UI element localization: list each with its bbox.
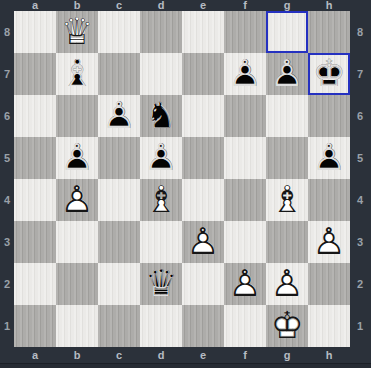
piece-black-king-h7[interactable]: ♚♔ (308, 53, 350, 95)
square-e5[interactable] (182, 137, 224, 179)
chess-app-frame: abcdefgh 87654321 ♛♕♝♗♟♙♟♙♚♔♟♙♞♘♟♙♟♙♟♙♟♙… (0, 0, 371, 368)
square-b2[interactable] (56, 263, 98, 305)
piece-white-bishop-g4[interactable]: ♝♗ (266, 179, 308, 221)
bishop-glyph-outline: ♗ (270, 179, 303, 221)
square-d4[interactable]: ♝♗ (140, 179, 182, 221)
rank-label-7: 7 (0, 53, 14, 95)
square-c2[interactable] (98, 263, 140, 305)
square-b4[interactable]: ♟♙ (56, 179, 98, 221)
square-d1[interactable] (140, 305, 182, 347)
queen-glyph-outline: ♕ (144, 263, 177, 305)
pawn-glyph-outline: ♙ (312, 221, 345, 263)
pawn-glyph-fill: ♟ (186, 221, 219, 263)
square-b6[interactable] (56, 95, 98, 137)
square-a3[interactable] (14, 221, 56, 263)
square-a7[interactable] (14, 53, 56, 95)
rank-label-2: 2 (0, 263, 14, 305)
square-g8[interactable] (266, 11, 308, 53)
square-g4[interactable]: ♝♗ (266, 179, 308, 221)
queen-glyph-fill: ♛ (144, 263, 177, 305)
rank-label-5: 5 (350, 137, 370, 179)
file-label-g: g (266, 347, 308, 363)
piece-black-pawn-b5[interactable]: ♟♙ (56, 137, 98, 179)
piece-black-knight-d6[interactable]: ♞♘ (140, 95, 182, 137)
bishop-glyph-fill: ♝ (144, 179, 177, 221)
square-a4[interactable] (14, 179, 56, 221)
square-e6[interactable] (182, 95, 224, 137)
file-label-a: a (14, 347, 56, 363)
square-g6[interactable] (266, 95, 308, 137)
rank-label-7: 7 (350, 53, 370, 95)
square-h5[interactable]: ♟♙ (308, 137, 350, 179)
king-glyph-outline: ♔ (270, 305, 303, 347)
bishop-glyph-outline: ♗ (144, 179, 177, 221)
file-label-d: d (140, 347, 182, 363)
square-a5[interactable] (14, 137, 56, 179)
file-label-f: f (224, 347, 266, 363)
bishop-glyph-outline: ♗ (60, 53, 93, 95)
pawn-glyph-fill: ♟ (228, 263, 261, 305)
square-a8[interactable] (14, 11, 56, 53)
file-label-h: h (308, 0, 350, 11)
panel-divider (0, 363, 371, 368)
square-b5[interactable]: ♟♙ (56, 137, 98, 179)
square-d8[interactable] (140, 11, 182, 53)
square-c4[interactable] (98, 179, 140, 221)
pawn-glyph-fill: ♟ (312, 221, 345, 263)
square-f3[interactable] (224, 221, 266, 263)
file-label-c: c (98, 0, 140, 11)
rank-label-2: 2 (350, 263, 370, 305)
rank-label-3: 3 (350, 221, 370, 263)
file-label-e: e (182, 0, 224, 11)
pawn-glyph-fill: ♟ (60, 137, 93, 179)
square-h7[interactable]: ♚♔ (308, 53, 350, 95)
square-f2[interactable]: ♟♙ (224, 263, 266, 305)
square-f1[interactable] (224, 305, 266, 347)
square-h8[interactable] (308, 11, 350, 53)
file-label-c: c (98, 347, 140, 363)
square-a6[interactable] (14, 95, 56, 137)
square-e4[interactable] (182, 179, 224, 221)
square-c5[interactable] (98, 137, 140, 179)
square-a2[interactable] (14, 263, 56, 305)
square-g2[interactable]: ♟♙ (266, 263, 308, 305)
pawn-glyph-fill: ♟ (144, 137, 177, 179)
square-d3[interactable] (140, 221, 182, 263)
piece-white-queen-b8[interactable]: ♛♕ (56, 11, 98, 53)
rank-label-6: 6 (0, 95, 14, 137)
square-e7[interactable] (182, 53, 224, 95)
square-h1[interactable] (308, 305, 350, 347)
square-e8[interactable] (182, 11, 224, 53)
piece-white-pawn-h3[interactable]: ♟♙ (308, 221, 350, 263)
bishop-glyph-fill: ♝ (270, 179, 303, 221)
rank-label-5: 5 (0, 137, 14, 179)
piece-white-pawn-b4[interactable]: ♟♙ (56, 179, 98, 221)
piece-black-queen-d2[interactable]: ♛♕ (140, 263, 182, 305)
square-e3[interactable]: ♟♙ (182, 221, 224, 263)
piece-black-pawn-g7[interactable]: ♟♙ (266, 53, 308, 95)
square-h2[interactable] (308, 263, 350, 305)
square-f5[interactable] (224, 137, 266, 179)
pawn-glyph-fill: ♟ (60, 179, 93, 221)
rank-label-1: 1 (350, 305, 370, 347)
file-label-h: h (308, 347, 350, 363)
square-d7[interactable] (140, 53, 182, 95)
square-f7[interactable]: ♟♙ (224, 53, 266, 95)
file-labels-top: abcdefgh (14, 0, 350, 11)
pawn-glyph-outline: ♙ (60, 179, 93, 221)
file-label-b: b (56, 347, 98, 363)
square-h4[interactable] (308, 179, 350, 221)
square-g1[interactable]: ♚♔ (266, 305, 308, 347)
square-g7[interactable]: ♟♙ (266, 53, 308, 95)
square-c1[interactable] (98, 305, 140, 347)
piece-white-pawn-f2[interactable]: ♟♙ (224, 263, 266, 305)
pawn-glyph-fill: ♟ (228, 53, 261, 95)
square-d5[interactable]: ♟♙ (140, 137, 182, 179)
pawn-glyph-outline: ♙ (60, 137, 93, 179)
rank-labels-right: 87654321 (350, 11, 370, 347)
pawn-glyph-outline: ♙ (228, 53, 261, 95)
file-label-f: f (224, 0, 266, 11)
bishop-glyph-fill: ♝ (60, 53, 93, 95)
piece-white-bishop-d4[interactable]: ♝♗ (140, 179, 182, 221)
pawn-glyph-outline: ♙ (270, 263, 303, 305)
square-g5[interactable] (266, 137, 308, 179)
queen-glyph-fill: ♛ (60, 11, 93, 53)
square-b7[interactable]: ♝♗ (56, 53, 98, 95)
piece-white-pawn-g2[interactable]: ♟♙ (266, 263, 308, 305)
square-b1[interactable] (56, 305, 98, 347)
file-label-b: b (56, 0, 98, 11)
piece-black-pawn-c6[interactable]: ♟♙ (98, 95, 140, 137)
knight-glyph-fill: ♞ (144, 95, 177, 137)
file-labels-bottom: abcdefgh (14, 347, 350, 363)
king-glyph-outline: ♔ (312, 53, 345, 95)
file-label-e: e (182, 347, 224, 363)
square-d2[interactable]: ♛♕ (140, 263, 182, 305)
square-f8[interactable] (224, 11, 266, 53)
piece-black-pawn-f7[interactable]: ♟♙ (224, 53, 266, 95)
rank-label-4: 4 (0, 179, 14, 221)
king-glyph-fill: ♚ (270, 305, 303, 347)
square-f6[interactable] (224, 95, 266, 137)
piece-black-pawn-d5[interactable]: ♟♙ (140, 137, 182, 179)
rank-label-4: 4 (350, 179, 370, 221)
square-c3[interactable] (98, 221, 140, 263)
square-c6[interactable]: ♟♙ (98, 95, 140, 137)
square-e1[interactable] (182, 305, 224, 347)
square-b3[interactable] (56, 221, 98, 263)
rank-label-1: 1 (0, 305, 14, 347)
pawn-glyph-outline: ♙ (102, 95, 135, 137)
square-h6[interactable] (308, 95, 350, 137)
pawn-glyph-fill: ♟ (312, 137, 345, 179)
file-label-g: g (266, 0, 308, 11)
chess-board: ♛♕♝♗♟♙♟♙♚♔♟♙♞♘♟♙♟♙♟♙♟♙♝♗♝♗♟♙♟♙♛♕♟♙♟♙♚♔ (14, 11, 350, 347)
pawn-glyph-fill: ♟ (270, 53, 303, 95)
piece-black-bishop-b7[interactable]: ♝♗ (56, 53, 98, 95)
rank-label-3: 3 (0, 221, 14, 263)
square-a1[interactable] (14, 305, 56, 347)
square-h3[interactable]: ♟♙ (308, 221, 350, 263)
square-f4[interactable] (224, 179, 266, 221)
rank-label-6: 6 (350, 95, 370, 137)
square-d6[interactable]: ♞♘ (140, 95, 182, 137)
pawn-glyph-fill: ♟ (102, 95, 135, 137)
piece-white-king-g1[interactable]: ♚♔ (266, 305, 308, 347)
rank-label-8: 8 (0, 11, 14, 53)
pawn-glyph-outline: ♙ (312, 137, 345, 179)
square-c8[interactable] (98, 11, 140, 53)
square-e2[interactable] (182, 263, 224, 305)
pawn-glyph-outline: ♙ (270, 53, 303, 95)
pawn-glyph-outline: ♙ (144, 137, 177, 179)
square-g3[interactable] (266, 221, 308, 263)
pawn-glyph-outline: ♙ (186, 221, 219, 263)
knight-glyph-outline: ♘ (144, 95, 177, 137)
pawn-glyph-outline: ♙ (228, 263, 261, 305)
rank-labels-left: 87654321 (0, 11, 14, 347)
king-glyph-fill: ♚ (312, 53, 345, 95)
square-c7[interactable] (98, 53, 140, 95)
queen-glyph-outline: ♕ (60, 11, 93, 53)
piece-black-pawn-h5[interactable]: ♟♙ (308, 137, 350, 179)
rank-label-8: 8 (350, 11, 370, 53)
file-label-d: d (140, 0, 182, 11)
file-label-a: a (14, 0, 56, 11)
square-b8[interactable]: ♛♕ (56, 11, 98, 53)
pawn-glyph-fill: ♟ (270, 263, 303, 305)
piece-white-pawn-e3[interactable]: ♟♙ (182, 221, 224, 263)
